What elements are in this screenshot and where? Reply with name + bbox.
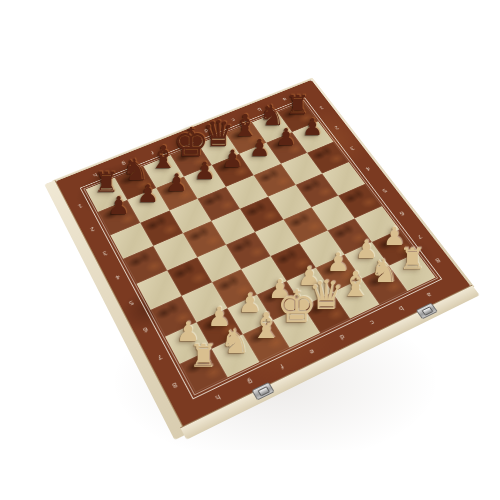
product-photo-scene: hgfedcba hgfedcba 12345678 12345678 ♜♞♝♛… xyxy=(0,0,500,500)
